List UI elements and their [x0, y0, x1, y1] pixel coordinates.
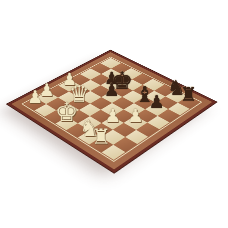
chess-product-photo: ♟♟♟♛♚♞♜♟♟♟♟♚♝♟♞♜ — [0, 0, 228, 228]
chess-board — [11, 52, 212, 169]
board-grid — [24, 58, 199, 160]
